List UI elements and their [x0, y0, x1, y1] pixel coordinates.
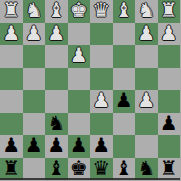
black-pawn[interactable]: ♟ — [92, 135, 110, 155]
chess-board: ♜♞♝♚♛♝♞♜♟♟♟♟♟♟♟♟♟♞♟♟♟♟♟♟♜♝♚♛♝♞♜ — [0, 0, 180, 180]
square-a8[interactable]: ♜ — [158, 158, 181, 181]
square-h6[interactable] — [0, 113, 23, 136]
square-d5[interactable]: ♟ — [90, 90, 113, 113]
square-c1[interactable]: ♝ — [113, 0, 136, 23]
square-f8[interactable]: ♝ — [45, 158, 68, 181]
black-pawn[interactable]: ♟ — [47, 135, 65, 155]
square-b6[interactable] — [135, 113, 158, 136]
square-c5[interactable]: ♟ — [113, 90, 136, 113]
square-e3[interactable]: ♟ — [68, 45, 91, 68]
square-b4[interactable] — [135, 68, 158, 91]
black-pawn[interactable]: ♟ — [70, 135, 88, 155]
black-rook[interactable]: ♜ — [2, 158, 20, 178]
board-bottom-edge — [0, 178, 180, 180]
black-rook[interactable]: ♜ — [160, 158, 178, 178]
square-c4[interactable] — [113, 68, 136, 91]
square-c2[interactable] — [113, 23, 136, 46]
square-h2[interactable]: ♟ — [0, 23, 23, 46]
white-pawn[interactable]: ♟ — [47, 23, 65, 43]
square-h8[interactable]: ♜ — [0, 158, 23, 181]
square-d3[interactable] — [90, 45, 113, 68]
square-e8[interactable]: ♚ — [68, 158, 91, 181]
square-e2[interactable] — [68, 23, 91, 46]
black-pawn[interactable]: ♟ — [160, 113, 178, 133]
square-d8[interactable]: ♛ — [90, 158, 113, 181]
white-pawn[interactable]: ♟ — [137, 23, 155, 43]
square-b8[interactable]: ♞ — [135, 158, 158, 181]
white-pawn[interactable]: ♟ — [25, 23, 43, 43]
white-pawn[interactable]: ♟ — [2, 23, 20, 43]
square-h1[interactable]: ♜ — [0, 0, 23, 23]
square-d6[interactable] — [90, 113, 113, 136]
square-h5[interactable] — [0, 90, 23, 113]
black-knight[interactable]: ♞ — [47, 113, 65, 133]
black-bishop[interactable]: ♝ — [47, 158, 65, 178]
square-c6[interactable] — [113, 113, 136, 136]
square-f4[interactable] — [45, 68, 68, 91]
square-a3[interactable] — [158, 45, 181, 68]
white-king[interactable]: ♚ — [70, 0, 88, 20]
square-d4[interactable] — [90, 68, 113, 91]
square-b3[interactable] — [135, 45, 158, 68]
black-pawn[interactable]: ♟ — [115, 90, 133, 110]
black-king[interactable]: ♚ — [70, 158, 88, 178]
square-b7[interactable] — [135, 135, 158, 158]
white-bishop[interactable]: ♝ — [47, 0, 65, 20]
square-c7[interactable] — [113, 135, 136, 158]
square-a5[interactable] — [158, 90, 181, 113]
square-e5[interactable] — [68, 90, 91, 113]
black-bishop[interactable]: ♝ — [115, 158, 133, 178]
square-f3[interactable] — [45, 45, 68, 68]
square-g3[interactable] — [23, 45, 46, 68]
square-a2[interactable]: ♟ — [158, 23, 181, 46]
square-a7[interactable] — [158, 135, 181, 158]
square-c8[interactable]: ♝ — [113, 158, 136, 181]
square-f5[interactable] — [45, 90, 68, 113]
square-b2[interactable]: ♟ — [135, 23, 158, 46]
square-g5[interactable] — [23, 90, 46, 113]
white-knight[interactable]: ♞ — [25, 0, 43, 20]
white-pawn[interactable]: ♟ — [137, 90, 155, 110]
square-f7[interactable]: ♟ — [45, 135, 68, 158]
square-g6[interactable] — [23, 113, 46, 136]
square-a6[interactable]: ♟ — [158, 113, 181, 136]
square-g1[interactable]: ♞ — [23, 0, 46, 23]
black-queen[interactable]: ♛ — [92, 158, 110, 178]
white-bishop[interactable]: ♝ — [115, 0, 133, 20]
square-a4[interactable] — [158, 68, 181, 91]
square-a1[interactable]: ♜ — [158, 0, 181, 23]
square-b1[interactable]: ♞ — [135, 0, 158, 23]
white-rook[interactable]: ♜ — [2, 0, 20, 20]
square-h4[interactable] — [0, 68, 23, 91]
square-g8[interactable] — [23, 158, 46, 181]
white-queen[interactable]: ♛ — [92, 0, 110, 20]
square-e1[interactable]: ♚ — [68, 0, 91, 23]
square-g4[interactable] — [23, 68, 46, 91]
square-b5[interactable]: ♟ — [135, 90, 158, 113]
square-e7[interactable]: ♟ — [68, 135, 91, 158]
square-f2[interactable]: ♟ — [45, 23, 68, 46]
square-h7[interactable]: ♟ — [0, 135, 23, 158]
square-d1[interactable]: ♛ — [90, 0, 113, 23]
square-d7[interactable]: ♟ — [90, 135, 113, 158]
white-pawn[interactable]: ♟ — [92, 90, 110, 110]
black-pawn[interactable]: ♟ — [25, 135, 43, 155]
square-f6[interactable]: ♞ — [45, 113, 68, 136]
square-f1[interactable]: ♝ — [45, 0, 68, 23]
white-pawn[interactable]: ♟ — [70, 45, 88, 65]
black-knight[interactable]: ♞ — [137, 158, 155, 178]
square-e6[interactable] — [68, 113, 91, 136]
black-pawn[interactable]: ♟ — [2, 135, 20, 155]
square-h3[interactable] — [0, 45, 23, 68]
square-g2[interactable]: ♟ — [23, 23, 46, 46]
white-pawn[interactable]: ♟ — [160, 23, 178, 43]
square-c3[interactable] — [113, 45, 136, 68]
white-knight[interactable]: ♞ — [137, 0, 155, 20]
square-d2[interactable] — [90, 23, 113, 46]
square-g7[interactable]: ♟ — [23, 135, 46, 158]
square-e4[interactable] — [68, 68, 91, 91]
white-rook[interactable]: ♜ — [160, 0, 178, 20]
